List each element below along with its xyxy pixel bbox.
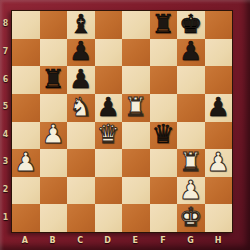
square-d5[interactable]: ♟ [95, 94, 123, 122]
square-f7[interactable] [150, 39, 178, 67]
square-g1[interactable]: ♚ [177, 204, 205, 232]
square-g7[interactable]: ♟ [177, 39, 205, 67]
piece-white-rook[interactable]: ♜ [179, 149, 202, 175]
piece-white-pawn[interactable]: ♟ [207, 149, 230, 175]
square-e7[interactable] [122, 39, 150, 67]
square-e5[interactable]: ♜ [122, 94, 150, 122]
file-label-h: H [204, 232, 232, 248]
square-b2[interactable] [40, 177, 68, 205]
square-f4[interactable]: ♛ [150, 122, 178, 150]
file-label-d: D [94, 232, 122, 248]
square-e8[interactable] [122, 11, 150, 39]
file-label-e: E [122, 232, 150, 248]
rank-label-7: 7 [0, 38, 11, 66]
square-e2[interactable] [122, 177, 150, 205]
file-label-c: C [66, 232, 94, 248]
piece-black-pawn[interactable]: ♟ [97, 94, 120, 120]
square-c6[interactable]: ♟ [67, 66, 95, 94]
square-c1[interactable] [67, 204, 95, 232]
square-h4[interactable] [205, 122, 233, 150]
square-f8[interactable]: ♜ [150, 11, 178, 39]
square-g6[interactable] [177, 66, 205, 94]
square-d8[interactable] [95, 11, 123, 39]
rank-label-8: 8 [0, 10, 11, 38]
square-g8[interactable]: ♚ [177, 11, 205, 39]
file-label-f: F [149, 232, 177, 248]
piece-black-king[interactable]: ♚ [179, 11, 202, 37]
chessboard-frame: 87654321 ♝♜♚♟♟♜♟♞♟♜♟♟♛♛♟♜♟♟♚ ABCDEFGH [0, 0, 250, 250]
piece-black-pawn[interactable]: ♟ [69, 38, 92, 64]
square-g5[interactable] [177, 94, 205, 122]
square-a4[interactable] [12, 122, 40, 150]
square-a6[interactable] [12, 66, 40, 94]
square-a2[interactable] [12, 177, 40, 205]
square-d2[interactable] [95, 177, 123, 205]
square-e3[interactable] [122, 149, 150, 177]
piece-white-pawn[interactable]: ♟ [179, 177, 202, 203]
square-c5[interactable]: ♞ [67, 94, 95, 122]
file-label-g: G [177, 232, 205, 248]
piece-white-pawn[interactable]: ♟ [14, 149, 37, 175]
square-g2[interactable]: ♟ [177, 177, 205, 205]
square-c8[interactable]: ♝ [67, 11, 95, 39]
square-g4[interactable] [177, 122, 205, 150]
rank-labels: 87654321 [0, 10, 11, 231]
piece-black-pawn[interactable]: ♟ [69, 66, 92, 92]
square-b1[interactable] [40, 204, 68, 232]
square-b7[interactable] [40, 39, 68, 67]
square-a8[interactable] [12, 11, 40, 39]
piece-black-pawn[interactable]: ♟ [179, 38, 202, 64]
square-h3[interactable]: ♟ [205, 149, 233, 177]
square-b6[interactable]: ♜ [40, 66, 68, 94]
square-c2[interactable] [67, 177, 95, 205]
square-f1[interactable] [150, 204, 178, 232]
square-d1[interactable] [95, 204, 123, 232]
square-h5[interactable]: ♟ [205, 94, 233, 122]
square-h6[interactable] [205, 66, 233, 94]
piece-white-king[interactable]: ♚ [179, 204, 202, 230]
piece-white-queen[interactable]: ♛ [97, 121, 120, 147]
board: ♝♜♚♟♟♜♟♞♟♜♟♟♛♛♟♜♟♟♚ [11, 10, 233, 233]
square-c7[interactable]: ♟ [67, 39, 95, 67]
square-g3[interactable]: ♜ [177, 149, 205, 177]
piece-white-knight[interactable]: ♞ [69, 94, 92, 120]
square-h1[interactable] [205, 204, 233, 232]
square-h7[interactable] [205, 39, 233, 67]
file-label-b: B [39, 232, 67, 248]
piece-black-rook[interactable]: ♜ [152, 11, 175, 37]
square-h8[interactable] [205, 11, 233, 39]
piece-black-bishop[interactable]: ♝ [69, 11, 92, 37]
square-d3[interactable] [95, 149, 123, 177]
rank-label-4: 4 [0, 121, 11, 149]
square-a3[interactable]: ♟ [12, 149, 40, 177]
square-a7[interactable] [12, 39, 40, 67]
rank-label-1: 1 [0, 203, 11, 231]
piece-white-rook[interactable]: ♜ [124, 94, 147, 120]
rank-label-2: 2 [0, 176, 11, 204]
square-a5[interactable] [12, 94, 40, 122]
piece-white-pawn[interactable]: ♟ [42, 121, 65, 147]
square-f5[interactable] [150, 94, 178, 122]
square-e4[interactable] [122, 122, 150, 150]
square-d6[interactable] [95, 66, 123, 94]
piece-black-rook[interactable]: ♜ [42, 66, 65, 92]
square-b3[interactable] [40, 149, 68, 177]
square-e1[interactable] [122, 204, 150, 232]
rank-label-3: 3 [0, 148, 11, 176]
square-c3[interactable] [67, 149, 95, 177]
square-a1[interactable] [12, 204, 40, 232]
square-c4[interactable] [67, 122, 95, 150]
square-h2[interactable] [205, 177, 233, 205]
square-b8[interactable] [40, 11, 68, 39]
piece-black-queen[interactable]: ♛ [152, 121, 175, 147]
square-f6[interactable] [150, 66, 178, 94]
file-labels: ABCDEFGH [11, 232, 232, 248]
square-e6[interactable] [122, 66, 150, 94]
rank-label-5: 5 [0, 93, 11, 121]
square-f2[interactable] [150, 177, 178, 205]
square-f3[interactable] [150, 149, 178, 177]
rank-label-6: 6 [0, 65, 11, 93]
square-d7[interactable] [95, 39, 123, 67]
square-b5[interactable] [40, 94, 68, 122]
square-b4[interactable]: ♟ [40, 122, 68, 150]
square-d4[interactable]: ♛ [95, 122, 123, 150]
file-label-a: A [11, 232, 39, 248]
piece-black-pawn[interactable]: ♟ [207, 94, 230, 120]
